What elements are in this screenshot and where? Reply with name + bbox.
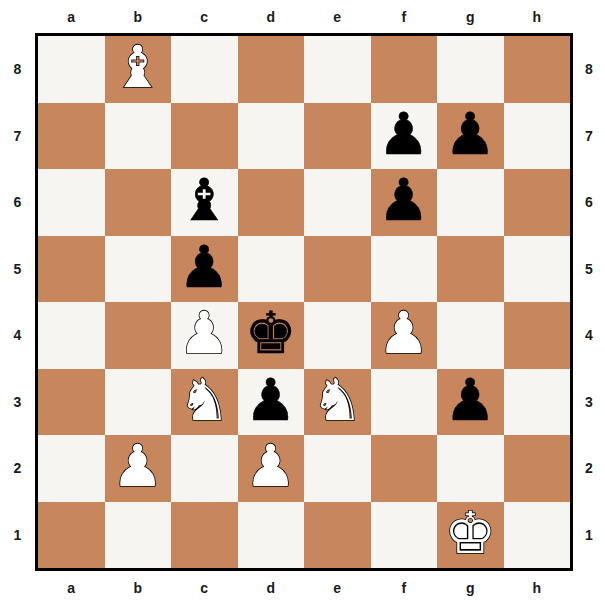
black-pawn-d3: ♟: [245, 371, 297, 429]
square-c3[interactable]: ♞: [171, 369, 238, 436]
file-label-b: b: [105, 0, 172, 33]
board: ♝♟♟♝♟♟♟♚♟♞♟♞♟♟♟♚: [35, 33, 573, 571]
square-b1[interactable]: [105, 502, 172, 569]
square-g8[interactable]: [437, 36, 504, 103]
square-b7[interactable]: [105, 103, 172, 170]
rank-label-6: 6: [0, 169, 35, 236]
rank-label-3: 3: [573, 369, 605, 436]
square-c4[interactable]: ♟: [171, 302, 238, 369]
rank-label-5: 5: [0, 236, 35, 303]
square-e5[interactable]: [304, 236, 371, 303]
white-knight-c3: ♞: [178, 371, 230, 429]
rank-label-5: 5: [573, 236, 605, 303]
square-c2[interactable]: [171, 435, 238, 502]
square-a3[interactable]: [38, 369, 105, 436]
square-f2[interactable]: [371, 435, 438, 502]
square-g2[interactable]: [437, 435, 504, 502]
black-pawn-f6: ♟: [378, 171, 430, 229]
square-a6[interactable]: [38, 169, 105, 236]
square-c5[interactable]: ♟: [171, 236, 238, 303]
file-label-c: c: [171, 0, 238, 33]
square-e4[interactable]: [304, 302, 371, 369]
chess-diagram: abcdefgh 87654321 ♝♟♟♝♟♟♟♚♟♞♟♞♟♟♟♚ 87654…: [0, 0, 605, 605]
rank-label-4: 4: [573, 302, 605, 369]
white-pawn-d2: ♟: [245, 437, 297, 495]
file-label-f: f: [371, 571, 438, 605]
square-f8[interactable]: [371, 36, 438, 103]
square-g3[interactable]: ♟: [437, 369, 504, 436]
file-label-a: a: [38, 571, 105, 605]
file-label-e: e: [304, 571, 371, 605]
square-e7[interactable]: [304, 103, 371, 170]
square-f5[interactable]: [371, 236, 438, 303]
file-label-a: a: [38, 0, 105, 33]
square-b6[interactable]: [105, 169, 172, 236]
file-label-b: b: [105, 571, 172, 605]
square-h6[interactable]: [504, 169, 571, 236]
square-d4[interactable]: ♚: [238, 302, 305, 369]
white-knight-e3: ♞: [311, 371, 363, 429]
square-h1[interactable]: [504, 502, 571, 569]
black-pawn-c5: ♟: [178, 238, 230, 296]
rank-label-1: 1: [573, 502, 605, 569]
file-label-h: h: [504, 571, 571, 605]
rank-label-8: 8: [0, 36, 35, 103]
black-pawn-g7: ♟: [444, 105, 496, 163]
square-h2[interactable]: [504, 435, 571, 502]
file-label-g: g: [437, 571, 504, 605]
square-f6[interactable]: ♟: [371, 169, 438, 236]
square-d1[interactable]: [238, 502, 305, 569]
file-labels-top: abcdefgh: [35, 0, 573, 33]
square-b8[interactable]: ♝: [105, 36, 172, 103]
rank-label-1: 1: [0, 502, 35, 569]
rank-labels-left: 87654321: [0, 33, 35, 571]
square-h8[interactable]: [504, 36, 571, 103]
square-d6[interactable]: [238, 169, 305, 236]
file-label-d: d: [238, 0, 305, 33]
square-f7[interactable]: ♟: [371, 103, 438, 170]
square-h4[interactable]: [504, 302, 571, 369]
square-g4[interactable]: [437, 302, 504, 369]
rank-label-3: 3: [0, 369, 35, 436]
rank-label-4: 4: [0, 302, 35, 369]
square-c8[interactable]: [171, 36, 238, 103]
white-pawn-f4: ♟: [378, 304, 430, 362]
square-c6[interactable]: ♝: [171, 169, 238, 236]
square-h5[interactable]: [504, 236, 571, 303]
square-g6[interactable]: [437, 169, 504, 236]
white-king-g1: ♚: [444, 504, 496, 562]
square-a5[interactable]: [38, 236, 105, 303]
square-e8[interactable]: [304, 36, 371, 103]
square-h7[interactable]: [504, 103, 571, 170]
square-d8[interactable]: [238, 36, 305, 103]
file-labels-bottom: abcdefgh: [35, 571, 573, 605]
file-label-e: e: [304, 0, 371, 33]
file-label-f: f: [371, 0, 438, 33]
square-c1[interactable]: [171, 502, 238, 569]
square-a8[interactable]: [38, 36, 105, 103]
square-c7[interactable]: [171, 103, 238, 170]
rank-label-7: 7: [573, 103, 605, 170]
square-g7[interactable]: ♟: [437, 103, 504, 170]
square-h3[interactable]: [504, 369, 571, 436]
square-e3[interactable]: ♞: [304, 369, 371, 436]
square-g1[interactable]: ♚: [437, 502, 504, 569]
square-g5[interactable]: [437, 236, 504, 303]
rank-labels-right: 87654321: [573, 33, 605, 571]
square-e2[interactable]: [304, 435, 371, 502]
file-label-h: h: [504, 0, 571, 33]
file-label-d: d: [238, 571, 305, 605]
rank-label-2: 2: [573, 435, 605, 502]
rank-label-8: 8: [573, 36, 605, 103]
square-b3[interactable]: [105, 369, 172, 436]
square-a4[interactable]: [38, 302, 105, 369]
square-d3[interactable]: ♟: [238, 369, 305, 436]
file-label-g: g: [437, 0, 504, 33]
rank-label-6: 6: [573, 169, 605, 236]
white-pawn-c4: ♟: [178, 304, 230, 362]
file-label-c: c: [171, 571, 238, 605]
black-pawn-g3: ♟: [444, 371, 496, 429]
white-bishop-b8: ♝: [112, 38, 164, 96]
black-king-d4: ♚: [245, 304, 297, 362]
rank-label-2: 2: [0, 435, 35, 502]
square-f4[interactable]: ♟: [371, 302, 438, 369]
black-pawn-f7: ♟: [378, 105, 430, 163]
black-bishop-c6: ♝: [178, 171, 230, 229]
square-f3[interactable]: [371, 369, 438, 436]
square-b2[interactable]: ♟: [105, 435, 172, 502]
square-b4[interactable]: [105, 302, 172, 369]
square-b5[interactable]: [105, 236, 172, 303]
square-e1[interactable]: [304, 502, 371, 569]
square-d7[interactable]: [238, 103, 305, 170]
square-a7[interactable]: [38, 103, 105, 170]
square-d2[interactable]: ♟: [238, 435, 305, 502]
square-d5[interactable]: [238, 236, 305, 303]
square-a2[interactable]: [38, 435, 105, 502]
square-f1[interactable]: [371, 502, 438, 569]
white-pawn-b2: ♟: [112, 437, 164, 495]
square-e6[interactable]: [304, 169, 371, 236]
square-a1[interactable]: [38, 502, 105, 569]
rank-label-7: 7: [0, 103, 35, 170]
